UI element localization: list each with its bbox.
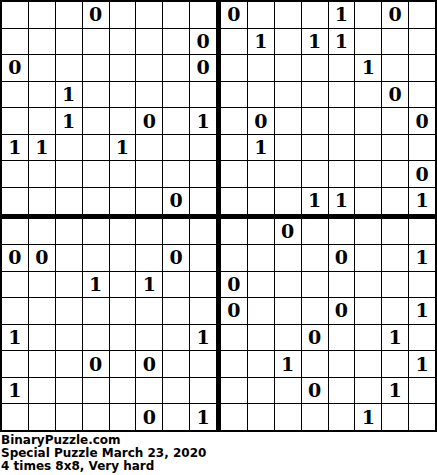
cell-r16c16[interactable] [409,404,435,430]
cell-r16c9[interactable] [221,404,247,430]
cell-r9c6[interactable] [136,219,162,245]
cell-r4c9[interactable] [221,82,247,108]
cell-r10c3[interactable] [56,245,82,271]
cell-r5c4[interactable] [83,108,109,134]
cell-r12c11[interactable] [275,298,301,324]
cell-r10c5[interactable] [110,245,136,271]
cell-r2c13: 1 [329,29,355,55]
cell-r15c2[interactable] [29,378,55,404]
cell-r5c6: 0 [136,108,162,134]
cell-r3c6[interactable] [136,55,162,81]
cell-r12c13: 0 [329,298,355,324]
cell-r13c3[interactable] [56,325,82,351]
cell-r13c1: 1 [2,325,28,351]
cell-r12c4[interactable] [83,298,109,324]
cell-r6c2: 1 [29,135,55,161]
cell-r6c14[interactable] [355,135,381,161]
cell-r16c8: 1 [190,404,216,430]
cell-r9c1[interactable] [2,219,28,245]
cell-r11c1[interactable] [2,272,28,298]
cell-r13c9[interactable] [221,325,247,351]
cell-r12c5[interactable] [110,298,136,324]
cell-r10c15[interactable] [382,245,408,271]
cell-r14c8[interactable] [190,351,216,377]
cell-r12c9: 0 [221,298,247,324]
cell-r8c11[interactable] [275,188,301,214]
cell-r9c4[interactable] [83,219,109,245]
cell-r7c5[interactable] [110,161,136,187]
cell-r15c4[interactable] [83,378,109,404]
cell-r9c3[interactable] [56,219,82,245]
cell-r5c5[interactable] [110,108,136,134]
cell-r2c15[interactable] [382,29,408,55]
cell-r10c6[interactable] [136,245,162,271]
cell-r4c16[interactable] [409,82,435,108]
puzzle-board-frame: 0010011100110101001111001110000011100011… [0,0,437,432]
cell-r8c3[interactable] [56,188,82,214]
cell-r1c13: 1 [329,2,355,28]
cell-r8c16: 1 [409,188,435,214]
cell-r11c5[interactable] [110,272,136,298]
cell-r9c10[interactable] [248,219,274,245]
cell-r13c12: 0 [302,325,328,351]
cell-r4c14[interactable] [355,82,381,108]
cell-r15c10[interactable] [248,378,274,404]
cell-r7c11[interactable] [275,161,301,187]
cell-r13c8: 1 [190,325,216,351]
puzzle-spec: 4 times 8x8, Very hard [1,460,437,473]
cell-r12c10[interactable] [248,298,274,324]
cell-r14c16: 1 [409,351,435,377]
cell-r3c16[interactable] [409,55,435,81]
cell-r1c16[interactable] [409,2,435,28]
cell-r15c9[interactable] [221,378,247,404]
cell-r9c14[interactable] [355,219,381,245]
puzzle-board: 0010011100110101001111001110000011100011… [2,2,435,430]
cell-r1c1[interactable] [2,2,28,28]
cell-r7c16: 0 [409,161,435,187]
cell-r8c15[interactable] [382,188,408,214]
cell-r13c16[interactable] [409,325,435,351]
cell-r1c8[interactable] [190,2,216,28]
cell-r5c10: 0 [248,108,274,134]
cell-r14c12[interactable] [302,351,328,377]
cell-r5c3: 1 [56,108,82,134]
cell-r6c6[interactable] [136,135,162,161]
cell-r7c13[interactable] [329,161,355,187]
cell-r13c7[interactable] [163,325,189,351]
cell-r5c16: 0 [409,108,435,134]
cell-r13c13[interactable] [329,325,355,351]
cell-r9c2[interactable] [29,219,55,245]
cell-r9c15[interactable] [382,219,408,245]
cell-r9c16[interactable] [409,219,435,245]
cell-r12c12[interactable] [302,298,328,324]
cell-r5c1[interactable] [2,108,28,134]
cell-r3c7[interactable] [163,55,189,81]
cell-r10c9[interactable] [221,245,247,271]
cell-r1c7[interactable] [163,2,189,28]
cell-r3c5[interactable] [110,55,136,81]
cell-r8c13: 1 [329,188,355,214]
cell-r2c11[interactable] [275,29,301,55]
cell-r11c6: 1 [136,272,162,298]
cell-r5c11[interactable] [275,108,301,134]
cell-r11c3[interactable] [56,272,82,298]
cell-r6c15[interactable] [382,135,408,161]
cell-r5c8: 1 [190,108,216,134]
cell-r3c4[interactable] [83,55,109,81]
cell-r2c6[interactable] [136,29,162,55]
cell-r16c14: 1 [355,404,381,430]
cell-r15c12: 0 [302,378,328,404]
cell-r1c6[interactable] [136,2,162,28]
cell-r8c14[interactable] [355,188,381,214]
cell-r8c7: 0 [163,188,189,214]
cell-r11c16[interactable] [409,272,435,298]
cell-r11c4: 1 [83,272,109,298]
cell-r1c3[interactable] [56,2,82,28]
cell-r7c14[interactable] [355,161,381,187]
cell-r4c10[interactable] [248,82,274,108]
cell-r14c14[interactable] [355,351,381,377]
cell-r4c4[interactable] [83,82,109,108]
cell-r13c5[interactable] [110,325,136,351]
cell-r10c12[interactable] [302,245,328,271]
cell-r16c15[interactable] [382,404,408,430]
cell-r15c7[interactable] [163,378,189,404]
cell-r15c11[interactable] [275,378,301,404]
cell-r14c13[interactable] [329,351,355,377]
cell-r1c2[interactable] [29,2,55,28]
cell-r15c5[interactable] [110,378,136,404]
cell-r11c2[interactable] [29,272,55,298]
cell-r5c9[interactable] [221,108,247,134]
cell-r16c12[interactable] [302,404,328,430]
cell-r14c9[interactable] [221,351,247,377]
cell-r13c15: 1 [382,325,408,351]
cell-r4c1[interactable] [2,82,28,108]
cell-r2c3[interactable] [56,29,82,55]
cell-r4c5[interactable] [110,82,136,108]
cell-r2c12: 1 [302,29,328,55]
cell-r3c12[interactable] [302,55,328,81]
cell-r6c10: 1 [248,135,274,161]
cell-r12c7[interactable] [163,298,189,324]
cell-r8c1[interactable] [2,188,28,214]
cell-r9c7[interactable] [163,219,189,245]
cell-r9c5[interactable] [110,219,136,245]
cell-r6c8[interactable] [190,135,216,161]
cell-r11c14[interactable] [355,272,381,298]
cell-r9c11: 0 [275,219,301,245]
cell-r13c14[interactable] [355,325,381,351]
cell-r3c9[interactable] [221,55,247,81]
cell-r4c8[interactable] [190,82,216,108]
cell-r16c7[interactable] [163,404,189,430]
cell-r12c15[interactable] [382,298,408,324]
cell-r3c10[interactable] [248,55,274,81]
cell-r8c8[interactable] [190,188,216,214]
cell-r10c11[interactable] [275,245,301,271]
cell-r7c8[interactable] [190,161,216,187]
cell-r7c9[interactable] [221,161,247,187]
cell-r9c8[interactable] [190,219,216,245]
cell-r8c4[interactable] [83,188,109,214]
cell-r1c4: 0 [83,2,109,28]
cell-r10c2: 0 [29,245,55,271]
cell-r11c10[interactable] [248,272,274,298]
cell-r16c3[interactable] [56,404,82,430]
cell-r14c4: 0 [83,351,109,377]
cell-r1c11[interactable] [275,2,301,28]
cell-r4c7[interactable] [163,82,189,108]
cell-r16c2[interactable] [29,404,55,430]
cell-r10c16: 1 [409,245,435,271]
cell-r14c5[interactable] [110,351,136,377]
cell-r15c16[interactable] [409,378,435,404]
cell-r11c13[interactable] [329,272,355,298]
cell-r11c8[interactable] [190,272,216,298]
cell-r6c9[interactable] [221,135,247,161]
cell-r10c14[interactable] [355,245,381,271]
cell-r9c12[interactable] [302,219,328,245]
cell-r16c6: 0 [136,404,162,430]
cell-r10c10[interactable] [248,245,274,271]
cell-r14c7[interactable] [163,351,189,377]
cell-r10c1: 0 [2,245,28,271]
cell-r7c4[interactable] [83,161,109,187]
cell-r2c7[interactable] [163,29,189,55]
cell-r15c15: 1 [382,378,408,404]
cell-r12c8[interactable] [190,298,216,324]
cell-r4c15: 0 [382,82,408,108]
cell-r7c7[interactable] [163,161,189,187]
cell-r7c10[interactable] [248,161,274,187]
cell-r16c13[interactable] [329,404,355,430]
cell-r12c1[interactable] [2,298,28,324]
cell-r8c12: 1 [302,188,328,214]
cell-r10c8[interactable] [190,245,216,271]
cell-r6c5: 1 [110,135,136,161]
cell-r7c1[interactable] [2,161,28,187]
cell-r6c7[interactable] [163,135,189,161]
cell-r4c6[interactable] [136,82,162,108]
cell-r15c8[interactable] [190,378,216,404]
cell-r2c2[interactable] [29,29,55,55]
cell-r7c12[interactable] [302,161,328,187]
cell-r15c6[interactable] [136,378,162,404]
cell-r13c6[interactable] [136,325,162,351]
cell-r9c13[interactable] [329,219,355,245]
cell-r9c9[interactable] [221,219,247,245]
page: 0010011100110101001111001110000011100011… [0,0,437,475]
cell-r11c9: 0 [221,272,247,298]
cell-r16c4[interactable] [83,404,109,430]
cell-r2c9[interactable] [221,29,247,55]
cell-r6c16[interactable] [409,135,435,161]
cell-r1c14[interactable] [355,2,381,28]
cell-r13c11[interactable] [275,325,301,351]
cell-r7c2[interactable] [29,161,55,187]
cell-r12c14[interactable] [355,298,381,324]
cell-r5c2[interactable] [29,108,55,134]
cell-r12c3[interactable] [56,298,82,324]
cell-r2c14[interactable] [355,29,381,55]
footer: BinaryPuzzle.com Special Puzzle March 23… [0,432,437,473]
cell-r5c7[interactable] [163,108,189,134]
cell-r6c13[interactable] [329,135,355,161]
cell-r6c4[interactable] [83,135,109,161]
cell-r8c9[interactable] [221,188,247,214]
cell-r16c10[interactable] [248,404,274,430]
cell-r3c2[interactable] [29,55,55,81]
cell-r5c13[interactable] [329,108,355,134]
cell-r3c14: 1 [355,55,381,81]
cell-r1c15: 0 [382,2,408,28]
cell-r14c1[interactable] [2,351,28,377]
cell-r2c10: 1 [248,29,274,55]
cell-r6c3[interactable] [56,135,82,161]
cell-r1c12[interactable] [302,2,328,28]
cell-r6c11[interactable] [275,135,301,161]
cell-r6c1: 1 [2,135,28,161]
cell-r14c10[interactable] [248,351,274,377]
cell-r4c12[interactable] [302,82,328,108]
cell-r4c11[interactable] [275,82,301,108]
cell-r4c13[interactable] [329,82,355,108]
cell-r8c5[interactable] [110,188,136,214]
cell-r3c8: 0 [190,55,216,81]
cell-r10c4[interactable] [83,245,109,271]
cell-r4c2[interactable] [29,82,55,108]
cell-r16c11[interactable] [275,404,301,430]
cell-r14c11: 1 [275,351,301,377]
cell-r16c1[interactable] [2,404,28,430]
cell-r7c6[interactable] [136,161,162,187]
cell-r11c12[interactable] [302,272,328,298]
cell-r12c2[interactable] [29,298,55,324]
cell-r13c2[interactable] [29,325,55,351]
cell-r12c6[interactable] [136,298,162,324]
cell-r10c13: 0 [329,245,355,271]
cell-r3c15[interactable] [382,55,408,81]
cell-r3c13[interactable] [329,55,355,81]
cell-r1c5[interactable] [110,2,136,28]
cell-r2c16[interactable] [409,29,435,55]
cell-r11c15[interactable] [382,272,408,298]
cell-r5c14[interactable] [355,108,381,134]
cell-r6c12[interactable] [302,135,328,161]
cell-r14c2[interactable] [29,351,55,377]
cell-r15c13[interactable] [329,378,355,404]
cell-r3c3[interactable] [56,55,82,81]
cell-r1c9: 0 [221,2,247,28]
cell-r5c15[interactable] [382,108,408,134]
cell-r10c7: 0 [163,245,189,271]
cell-r2c5[interactable] [110,29,136,55]
cell-r14c6: 0 [136,351,162,377]
cell-r15c14[interactable] [355,378,381,404]
cell-r12c16: 1 [409,298,435,324]
cell-r1c10[interactable] [248,2,274,28]
cell-r7c3[interactable] [56,161,82,187]
cell-r8c2[interactable] [29,188,55,214]
cell-r11c7[interactable] [163,272,189,298]
cell-r8c10[interactable] [248,188,274,214]
cell-r4c3: 1 [56,82,82,108]
cell-r16c5[interactable] [110,404,136,430]
cell-r2c4[interactable] [83,29,109,55]
cell-r2c8: 0 [190,29,216,55]
cell-r15c1: 1 [2,378,28,404]
cell-r7c15[interactable] [382,161,408,187]
cell-r2c1[interactable] [2,29,28,55]
cell-r8c6[interactable] [136,188,162,214]
cell-r13c4[interactable] [83,325,109,351]
cell-r3c1: 0 [2,55,28,81]
cell-r3c11[interactable] [275,55,301,81]
cell-r13c10[interactable] [248,325,274,351]
cell-r14c3[interactable] [56,351,82,377]
cell-r15c3[interactable] [56,378,82,404]
cell-r5c12[interactable] [302,108,328,134]
cell-r14c15[interactable] [382,351,408,377]
cell-r11c11[interactable] [275,272,301,298]
